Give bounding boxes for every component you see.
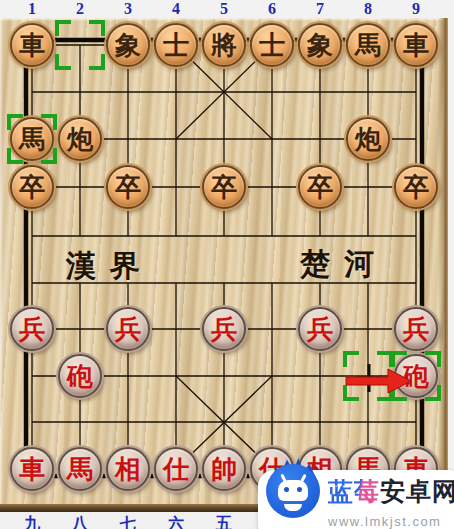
file-label-bottom-1: 九 bbox=[22, 514, 42, 529]
watermark-site-name: 蓝莓安卓网 bbox=[328, 475, 454, 508]
file-label-top-3: 3 bbox=[118, 0, 138, 18]
file-label-top-6: 6 bbox=[262, 0, 282, 18]
piece-red-chariot[interactable]: 車 bbox=[10, 447, 54, 491]
file-label-top-9: 9 bbox=[406, 0, 426, 18]
file-label-top-5: 5 bbox=[214, 0, 234, 18]
piece-black-soldier[interactable]: 卒 bbox=[10, 165, 54, 209]
file-label-bottom-4: 六 bbox=[166, 514, 186, 529]
piece-black-elephant[interactable]: 象 bbox=[106, 23, 150, 67]
piece-black-horse[interactable]: 馬 bbox=[10, 117, 54, 161]
piece-black-cannon[interactable]: 炮 bbox=[58, 117, 102, 161]
river-label-chuhe: 楚河 bbox=[300, 244, 388, 285]
piece-black-chariot[interactable]: 車 bbox=[394, 23, 438, 67]
piece-black-soldier[interactable]: 卒 bbox=[106, 165, 150, 209]
file-label-top-1: 1 bbox=[22, 0, 42, 18]
piece-red-cannon[interactable]: 砲 bbox=[394, 354, 438, 398]
xiangqi-app: 漢界 楚河 車象士將士象馬車馬炮炮卒卒卒卒卒兵兵兵兵兵砲砲車馬相仕帥仕相馬車 1… bbox=[0, 0, 454, 529]
piece-red-horse[interactable]: 馬 bbox=[58, 447, 102, 491]
file-label-top-4: 4 bbox=[166, 0, 186, 18]
piece-black-horse[interactable]: 馬 bbox=[346, 23, 390, 67]
piece-black-advisor[interactable]: 士 bbox=[250, 23, 294, 67]
watermark-url: www.lmkjst.com bbox=[328, 514, 454, 529]
piece-black-advisor[interactable]: 士 bbox=[154, 23, 198, 67]
piece-black-soldier[interactable]: 卒 bbox=[394, 165, 438, 209]
file-label-bottom-3: 七 bbox=[118, 514, 138, 529]
piece-black-elephant[interactable]: 象 bbox=[298, 23, 342, 67]
watermark-banner: 蓝莓安卓网 www.lmkjst.com bbox=[258, 470, 454, 529]
piece-red-advisor[interactable]: 仕 bbox=[154, 447, 198, 491]
piece-black-chariot[interactable]: 車 bbox=[10, 23, 54, 67]
file-label-top-8: 8 bbox=[358, 0, 378, 18]
piece-black-soldier[interactable]: 卒 bbox=[298, 165, 342, 209]
file-label-bottom-5: 五 bbox=[214, 514, 234, 529]
android-robot-icon bbox=[266, 464, 320, 518]
piece-red-soldier[interactable]: 兵 bbox=[106, 307, 150, 351]
piece-red-general[interactable]: 帥 bbox=[202, 447, 246, 491]
piece-red-soldier[interactable]: 兵 bbox=[394, 307, 438, 351]
piece-red-elephant[interactable]: 相 bbox=[106, 447, 150, 491]
file-label-bottom-2: 八 bbox=[70, 514, 90, 529]
piece-black-cannon[interactable]: 炮 bbox=[346, 117, 390, 161]
file-label-top-2: 2 bbox=[70, 0, 90, 18]
file-label-top-7: 7 bbox=[310, 0, 330, 18]
piece-red-soldier[interactable]: 兵 bbox=[298, 307, 342, 351]
river-label-hanjie: 漢界 bbox=[66, 246, 154, 287]
file-labels-top: 123456789 bbox=[0, 0, 454, 18]
piece-black-soldier[interactable]: 卒 bbox=[202, 165, 246, 209]
piece-red-soldier[interactable]: 兵 bbox=[10, 307, 54, 351]
piece-red-soldier[interactable]: 兵 bbox=[202, 307, 246, 351]
piece-red-cannon[interactable]: 砲 bbox=[58, 354, 102, 398]
piece-black-general[interactable]: 將 bbox=[202, 23, 246, 67]
